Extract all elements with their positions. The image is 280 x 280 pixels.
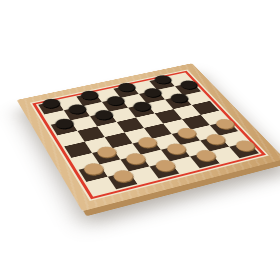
board-frame: ●●●●●●●●●●●●●●●●●●●●●●●●: [17, 63, 280, 211]
board-inner-margin: ●●●●●●●●●●●●●●●●●●●●●●●●: [36, 72, 262, 196]
checkers-board: ●●●●●●●●●●●●●●●●●●●●●●●●: [17, 63, 280, 211]
square-r8c6[interactable]: ●: [190, 152, 220, 169]
square-r4c1[interactable]: [57, 131, 84, 147]
board-outer-margin: ●●●●●●●●●●●●●●●●●●●●●●●●: [30, 70, 269, 202]
wood-checker[interactable]: ●: [210, 115, 239, 131]
red-border-line: ●●●●●●●●●●●●●●●●●●●●●●●●: [32, 71, 266, 200]
wood-checker[interactable]: ●: [161, 140, 190, 157]
wood-checker[interactable]: ●: [200, 130, 229, 147]
board-grid: ●●●●●●●●●●●●●●●●●●●●●●●●: [38, 74, 259, 195]
wood-checker[interactable]: ●: [190, 146, 220, 163]
wood-checker[interactable]: ●: [230, 136, 260, 153]
product-photo-scene: ●●●●●●●●●●●●●●●●●●●●●●●●: [0, 0, 280, 280]
black-checker[interactable]: ●: [38, 95, 63, 110]
square-r8c8[interactable]: ●: [229, 142, 259, 158]
